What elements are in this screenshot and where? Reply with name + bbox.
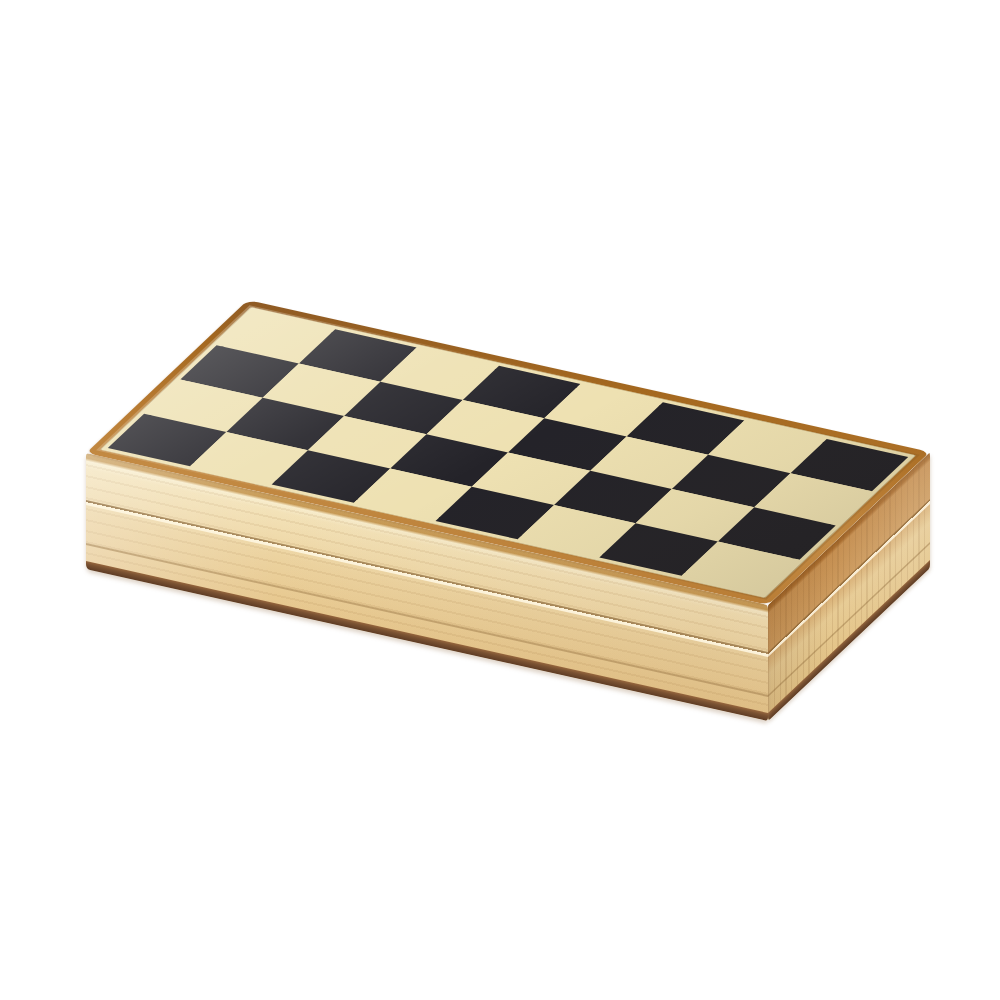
product-photo-white-background <box>0 0 1000 1000</box>
box-base-edge <box>86 561 768 721</box>
box-base-edge <box>768 560 930 721</box>
